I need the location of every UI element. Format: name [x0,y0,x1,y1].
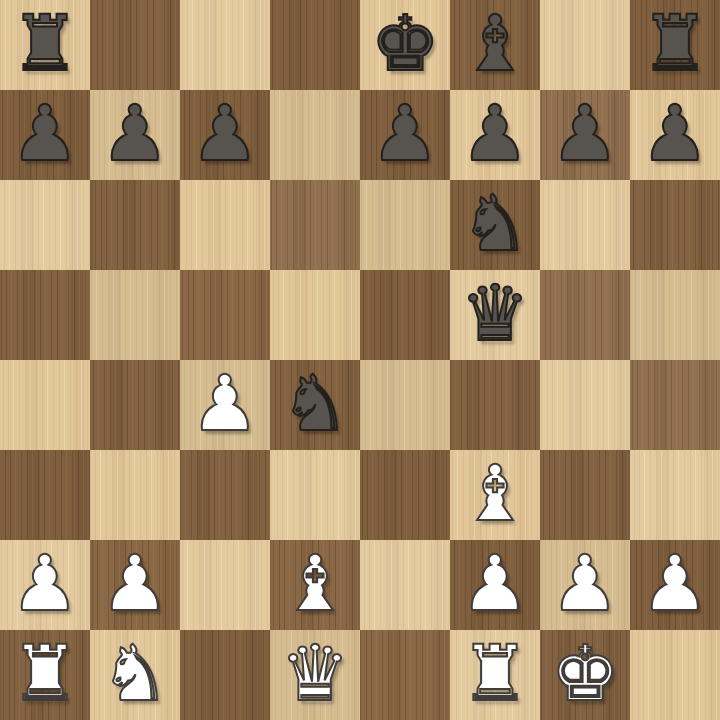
square-a1[interactable]: ♜ [0,630,90,720]
piece-black-pawn[interactable]: ♟ [450,90,540,178]
square-c1[interactable] [180,630,270,720]
piece-black-bishop[interactable]: ♝ [450,0,540,88]
square-e7[interactable]: ♟ [360,90,450,180]
square-c3[interactable] [180,450,270,540]
piece-black-pawn[interactable]: ♟ [630,90,720,178]
piece-black-pawn[interactable]: ♟ [180,90,270,178]
square-f7[interactable]: ♟ [450,90,540,180]
piece-black-rook[interactable]: ♜ [630,0,720,88]
square-e5[interactable] [360,270,450,360]
square-a6[interactable] [0,180,90,270]
square-e1[interactable] [360,630,450,720]
piece-black-queen[interactable]: ♛ [450,270,540,358]
square-g7[interactable]: ♟ [540,90,630,180]
square-f6[interactable]: ♞ [450,180,540,270]
square-a3[interactable] [0,450,90,540]
square-d2[interactable]: ♝ [270,540,360,630]
square-b2[interactable]: ♟ [90,540,180,630]
square-h3[interactable] [630,450,720,540]
square-f8[interactable]: ♝ [450,0,540,90]
piece-white-queen[interactable]: ♛ [270,630,360,718]
square-a7[interactable]: ♟ [0,90,90,180]
piece-white-pawn[interactable]: ♟ [630,540,720,628]
square-e8[interactable]: ♚ [360,0,450,90]
square-f1[interactable]: ♜ [450,630,540,720]
square-g2[interactable]: ♟ [540,540,630,630]
square-d3[interactable] [270,450,360,540]
piece-black-pawn[interactable]: ♟ [540,90,630,178]
square-d5[interactable] [270,270,360,360]
square-f5[interactable]: ♛ [450,270,540,360]
square-f3[interactable]: ♝ [450,450,540,540]
square-h6[interactable] [630,180,720,270]
square-f2[interactable]: ♟ [450,540,540,630]
square-g3[interactable] [540,450,630,540]
square-b4[interactable] [90,360,180,450]
square-b3[interactable] [90,450,180,540]
square-e3[interactable] [360,450,450,540]
square-a4[interactable] [0,360,90,450]
square-e4[interactable] [360,360,450,450]
square-e2[interactable] [360,540,450,630]
square-g6[interactable] [540,180,630,270]
square-h1[interactable] [630,630,720,720]
piece-black-pawn[interactable]: ♟ [360,90,450,178]
square-g8[interactable] [540,0,630,90]
piece-black-knight[interactable]: ♞ [270,360,360,448]
square-d7[interactable] [270,90,360,180]
square-b7[interactable]: ♟ [90,90,180,180]
piece-white-bishop[interactable]: ♝ [270,540,360,628]
square-h5[interactable] [630,270,720,360]
square-c4[interactable]: ♟ [180,360,270,450]
square-c2[interactable] [180,540,270,630]
piece-black-pawn[interactable]: ♟ [0,90,90,178]
square-a5[interactable] [0,270,90,360]
square-e6[interactable] [360,180,450,270]
piece-white-pawn[interactable]: ♟ [90,540,180,628]
piece-white-rook[interactable]: ♜ [0,630,90,718]
piece-white-pawn[interactable]: ♟ [0,540,90,628]
square-b5[interactable] [90,270,180,360]
square-g5[interactable] [540,270,630,360]
square-g4[interactable] [540,360,630,450]
square-h8[interactable]: ♜ [630,0,720,90]
square-c8[interactable] [180,0,270,90]
square-c7[interactable]: ♟ [180,90,270,180]
square-a8[interactable]: ♜ [0,0,90,90]
square-g1[interactable]: ♚ [540,630,630,720]
piece-white-pawn[interactable]: ♟ [180,360,270,448]
piece-white-pawn[interactable]: ♟ [540,540,630,628]
square-h7[interactable]: ♟ [630,90,720,180]
piece-black-knight[interactable]: ♞ [450,180,540,268]
square-b1[interactable]: ♞ [90,630,180,720]
square-c5[interactable] [180,270,270,360]
square-b8[interactable] [90,0,180,90]
piece-black-rook[interactable]: ♜ [0,0,90,88]
square-d8[interactable] [270,0,360,90]
square-d4[interactable]: ♞ [270,360,360,450]
piece-black-pawn[interactable]: ♟ [90,90,180,178]
piece-white-knight[interactable]: ♞ [90,630,180,718]
square-h2[interactable]: ♟ [630,540,720,630]
piece-white-pawn[interactable]: ♟ [450,540,540,628]
square-b6[interactable] [90,180,180,270]
chess-board[interactable]: ♜♚♝♜♟♟♟♟♟♟♟♞♛♟♞♝♟♟♝♟♟♟♜♞♛♜♚ [0,0,720,720]
square-f4[interactable] [450,360,540,450]
piece-white-rook[interactable]: ♜ [450,630,540,718]
square-a2[interactable]: ♟ [0,540,90,630]
piece-black-king[interactable]: ♚ [360,0,450,88]
piece-white-bishop[interactable]: ♝ [450,450,540,538]
piece-white-king[interactable]: ♚ [540,630,630,718]
square-c6[interactable] [180,180,270,270]
square-h4[interactable] [630,360,720,450]
square-d1[interactable]: ♛ [270,630,360,720]
square-d6[interactable] [270,180,360,270]
